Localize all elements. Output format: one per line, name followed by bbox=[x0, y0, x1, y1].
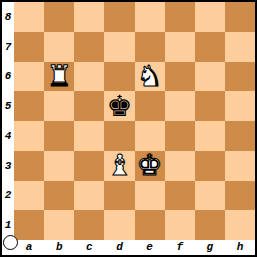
square-a6[interactable] bbox=[14, 62, 44, 92]
square-e3[interactable]: ♚ bbox=[135, 151, 165, 181]
square-h4[interactable] bbox=[225, 121, 255, 151]
square-e4[interactable] bbox=[135, 121, 165, 151]
square-f8[interactable] bbox=[165, 2, 195, 32]
square-g7[interactable] bbox=[195, 32, 225, 62]
square-f5[interactable] bbox=[165, 91, 195, 121]
square-g5[interactable] bbox=[195, 91, 225, 121]
square-b6[interactable]: ♜ bbox=[44, 62, 74, 92]
square-b1[interactable] bbox=[44, 210, 74, 240]
square-f3[interactable] bbox=[165, 151, 195, 181]
square-e1[interactable] bbox=[135, 210, 165, 240]
square-a2[interactable] bbox=[14, 181, 44, 211]
square-e5[interactable] bbox=[135, 91, 165, 121]
square-g1[interactable] bbox=[195, 210, 225, 240]
square-d2[interactable] bbox=[104, 181, 134, 211]
chess-diagram: 8 7 6 5 4 3 2 1 ♜♞♚♝♚ a b c d e f g h bbox=[0, 0, 257, 257]
square-g2[interactable] bbox=[195, 181, 225, 211]
square-c2[interactable] bbox=[74, 181, 104, 211]
square-d8[interactable] bbox=[104, 2, 134, 32]
file-label-h: h bbox=[225, 240, 255, 255]
square-e6[interactable]: ♞ bbox=[135, 62, 165, 92]
square-c7[interactable] bbox=[74, 32, 104, 62]
square-c6[interactable] bbox=[74, 62, 104, 92]
board: ♜♞♚♝♚ bbox=[14, 2, 255, 240]
square-d4[interactable] bbox=[104, 121, 134, 151]
rank-label-6: 6 bbox=[2, 62, 14, 92]
file-label-a: a bbox=[14, 240, 44, 255]
square-f4[interactable] bbox=[165, 121, 195, 151]
square-g3[interactable] bbox=[195, 151, 225, 181]
square-c4[interactable] bbox=[74, 121, 104, 151]
square-d5[interactable]: ♚ bbox=[104, 91, 134, 121]
square-c8[interactable] bbox=[74, 2, 104, 32]
square-e2[interactable] bbox=[135, 181, 165, 211]
file-label-c: c bbox=[74, 240, 104, 255]
square-h8[interactable] bbox=[225, 2, 255, 32]
square-f2[interactable] bbox=[165, 181, 195, 211]
square-b2[interactable] bbox=[44, 181, 74, 211]
square-e7[interactable] bbox=[135, 32, 165, 62]
piece-white-knight[interactable]: ♞ bbox=[137, 62, 163, 91]
square-d6[interactable] bbox=[104, 62, 134, 92]
piece-white-king[interactable]: ♚ bbox=[137, 151, 163, 180]
square-a3[interactable] bbox=[14, 151, 44, 181]
piece-black-king[interactable]: ♚ bbox=[106, 92, 132, 121]
rank-label-5: 5 bbox=[2, 91, 14, 121]
file-label-g: g bbox=[195, 240, 225, 255]
piece-white-rook[interactable]: ♜ bbox=[46, 62, 72, 91]
rank-label-2: 2 bbox=[2, 181, 14, 211]
square-g8[interactable] bbox=[195, 2, 225, 32]
square-b8[interactable] bbox=[44, 2, 74, 32]
file-label-b: b bbox=[44, 240, 74, 255]
square-b7[interactable] bbox=[44, 32, 74, 62]
square-c5[interactable] bbox=[74, 91, 104, 121]
file-labels: a b c d e f g h bbox=[14, 240, 255, 255]
square-h1[interactable] bbox=[225, 210, 255, 240]
square-a5[interactable] bbox=[14, 91, 44, 121]
square-a4[interactable] bbox=[14, 121, 44, 151]
file-label-d: d bbox=[104, 240, 134, 255]
rank-label-4: 4 bbox=[2, 121, 14, 151]
square-d7[interactable] bbox=[104, 32, 134, 62]
square-b4[interactable] bbox=[44, 121, 74, 151]
file-label-e: e bbox=[135, 240, 165, 255]
square-a1[interactable] bbox=[14, 210, 44, 240]
piece-white-bishop[interactable]: ♝ bbox=[106, 151, 132, 180]
square-a7[interactable] bbox=[14, 32, 44, 62]
square-c3[interactable] bbox=[74, 151, 104, 181]
square-a8[interactable] bbox=[14, 2, 44, 32]
square-e8[interactable] bbox=[135, 2, 165, 32]
square-g4[interactable] bbox=[195, 121, 225, 151]
square-h2[interactable] bbox=[225, 181, 255, 211]
square-c1[interactable] bbox=[74, 210, 104, 240]
rank-labels: 8 7 6 5 4 3 2 1 bbox=[2, 2, 14, 240]
file-label-f: f bbox=[165, 240, 195, 255]
square-d3[interactable]: ♝ bbox=[104, 151, 134, 181]
square-g6[interactable] bbox=[195, 62, 225, 92]
square-f1[interactable] bbox=[165, 210, 195, 240]
square-h3[interactable] bbox=[225, 151, 255, 181]
square-h7[interactable] bbox=[225, 32, 255, 62]
rank-label-7: 7 bbox=[2, 32, 14, 62]
square-b5[interactable] bbox=[44, 91, 74, 121]
rank-label-8: 8 bbox=[2, 2, 14, 32]
square-h5[interactable] bbox=[225, 91, 255, 121]
square-f7[interactable] bbox=[165, 32, 195, 62]
square-d1[interactable] bbox=[104, 210, 134, 240]
square-b3[interactable] bbox=[44, 151, 74, 181]
side-to-move-indicator bbox=[3, 235, 18, 250]
rank-label-3: 3 bbox=[2, 151, 14, 181]
square-h6[interactable] bbox=[225, 62, 255, 92]
square-f6[interactable] bbox=[165, 62, 195, 92]
